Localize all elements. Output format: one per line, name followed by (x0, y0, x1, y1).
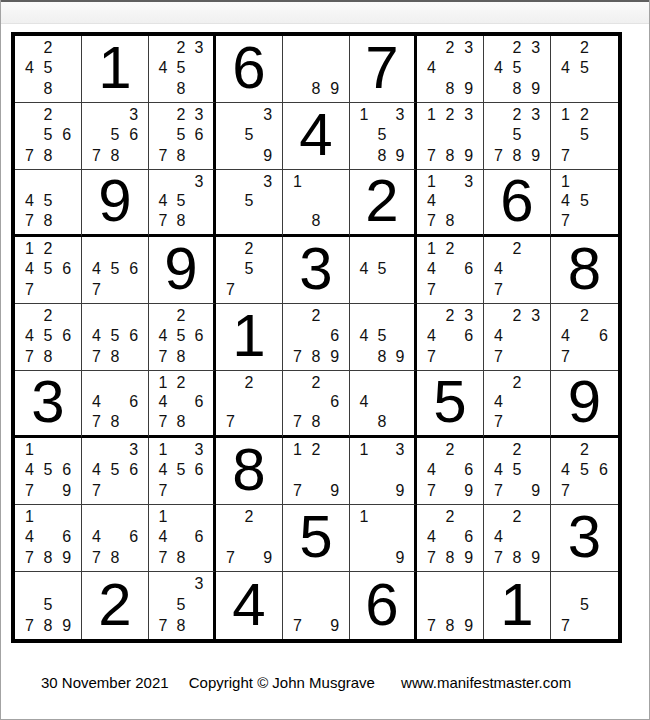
cell-r8c3[interactable]: 14678 (149, 505, 216, 572)
pencil-mark-5 (441, 460, 460, 480)
pencil-mark-4: 4 (20, 192, 39, 212)
pencil-mark-5 (39, 527, 58, 547)
pencil-marks: 235789 (484, 103, 550, 169)
cell-r6c2[interactable]: 4678 (82, 371, 149, 438)
pencil-mark-4 (221, 125, 240, 145)
pencil-mark-3 (124, 373, 143, 393)
cell-r2c2[interactable]: 35678 (82, 103, 149, 170)
pencil-mark-1 (422, 306, 441, 326)
pencil-mark-9 (124, 548, 143, 568)
pencil-mark-7: 7 (288, 481, 307, 501)
cell-r9c9[interactable]: 57 (551, 572, 618, 639)
pencil-mark-7 (20, 79, 39, 99)
pencil-mark-6 (459, 58, 478, 78)
cell-r7c7[interactable]: 24679 (417, 438, 484, 505)
cell-r5c3[interactable]: 245678 (149, 304, 216, 371)
pencil-marks: 24789 (484, 505, 550, 571)
pencil-mark-8 (575, 79, 594, 99)
pencil-mark-7 (355, 347, 373, 367)
pencil-mark-4: 4 (355, 259, 373, 279)
pencil-mark-2: 2 (441, 239, 460, 259)
pencil-mark-7: 7 (556, 146, 575, 166)
cell-r4c3[interactable]: 9 (149, 237, 216, 304)
pencil-mark-7 (489, 79, 508, 99)
pencil-mark-6 (57, 192, 76, 212)
pencil-mark-1 (556, 38, 575, 58)
pencil-mark-9: 9 (526, 481, 545, 501)
pencil-mark-4 (221, 527, 240, 547)
cell-r5c8[interactable]: 2347 (484, 304, 551, 371)
pencil-mark-5: 5 (240, 192, 259, 212)
cell-r5c2[interactable]: 45678 (82, 304, 149, 371)
window-top-bar (1, 0, 649, 24)
pencil-mark-6 (391, 125, 409, 145)
cell-r3c8[interactable]: 6 (484, 170, 551, 237)
pencil-mark-2: 2 (240, 239, 259, 259)
cell-r7c8[interactable]: 24579 (484, 438, 551, 505)
pencil-mark-8: 8 (307, 347, 326, 367)
pencil-mark-1 (221, 105, 240, 125)
cell-r9c5[interactable]: 79 (283, 572, 350, 639)
pencil-mark-7: 7 (154, 211, 172, 231)
pencil-mark-8: 8 (508, 146, 527, 166)
pencil-mark-7 (355, 481, 373, 501)
pencil-mark-4: 4 (154, 460, 172, 480)
pencil-mark-5 (441, 125, 460, 145)
pencil-mark-6: 6 (124, 326, 143, 346)
pencil-mark-4: 4 (422, 259, 441, 279)
pencil-mark-6 (594, 125, 613, 145)
pencil-mark-9: 9 (459, 146, 478, 166)
cell-r9c6[interactable]: 6 (350, 572, 417, 639)
pencil-mark-8: 8 (441, 548, 460, 568)
pencil-mark-8 (508, 280, 527, 300)
pencil-mark-9 (124, 347, 143, 367)
pencil-mark-8: 8 (508, 548, 527, 568)
cell-r5c7[interactable]: 23467 (417, 304, 484, 371)
pencil-mark-2: 2 (575, 306, 594, 326)
cell-r9c4[interactable]: 4 (216, 572, 283, 639)
pencil-mark-3 (459, 440, 478, 460)
pencil-mark-5: 5 (172, 326, 190, 346)
big-digit: 1 (98, 38, 131, 98)
pencil-mark-4: 4 (556, 326, 575, 346)
cell-r7c5[interactable]: 1279 (283, 438, 350, 505)
pencil-marks: 23467 (417, 304, 483, 370)
pencil-marks: 48 (350, 371, 414, 435)
pencil-mark-7: 7 (556, 211, 575, 231)
pencil-mark-1 (355, 373, 373, 393)
pencil-mark-7 (288, 211, 307, 231)
pencil-mark-2: 2 (441, 105, 460, 125)
pencil-mark-4 (288, 460, 307, 480)
cell-r1c8[interactable]: 234589 (484, 36, 551, 103)
pencil-mark-7: 7 (422, 280, 441, 300)
cell-r8c5[interactable]: 5 (283, 505, 350, 572)
pencil-mark-6: 6 (57, 527, 76, 547)
pencil-mark-5: 5 (575, 595, 594, 616)
pencil-mark-6 (459, 192, 478, 212)
pencil-mark-2: 2 (307, 440, 326, 460)
pencil-mark-3 (459, 239, 478, 259)
pencil-marks: 5789 (15, 572, 81, 639)
pencil-mark-6: 6 (459, 460, 478, 480)
pencil-mark-5 (441, 326, 460, 346)
pencil-mark-1 (20, 172, 39, 192)
pencil-mark-2: 2 (240, 373, 259, 393)
pencil-mark-5 (441, 527, 460, 547)
pencil-mark-8: 8 (172, 615, 190, 636)
pencil-mark-7: 7 (20, 548, 39, 568)
pencil-mark-1: 1 (288, 440, 307, 460)
pencil-mark-4: 4 (556, 58, 575, 78)
cell-r5c4[interactable]: 1 (216, 304, 283, 371)
pencil-mark-8 (240, 211, 259, 231)
cell-r3c2[interactable]: 9 (82, 170, 149, 237)
pencil-mark-3: 3 (459, 105, 478, 125)
pencil-mark-6: 6 (325, 393, 344, 413)
cell-r8c1[interactable]: 146789 (15, 505, 82, 572)
cell-r7c3[interactable]: 134567 (149, 438, 216, 505)
cell-r2c4[interactable]: 359 (216, 103, 283, 170)
cell-r7c6[interactable]: 139 (350, 438, 417, 505)
pencil-mark-9 (124, 146, 143, 166)
cell-r1c7[interactable]: 23489 (417, 36, 484, 103)
pencil-mark-7: 7 (87, 481, 106, 501)
pencil-mark-9 (57, 280, 76, 300)
pencil-mark-7 (422, 79, 441, 99)
cell-r6c3[interactable]: 124678 (149, 371, 216, 438)
pencil-marks: 359 (216, 103, 282, 169)
pencil-mark-2 (441, 172, 460, 192)
pencil-mark-5 (373, 393, 391, 413)
cell-r3c1[interactable]: 4578 (15, 170, 82, 237)
pencil-mark-9 (594, 347, 613, 367)
pencil-mark-9 (459, 347, 478, 367)
pencil-mark-3 (391, 373, 409, 393)
pencil-mark-2: 2 (441, 38, 460, 58)
cell-r2c9[interactable]: 1257 (551, 103, 618, 170)
pencil-mark-4: 4 (87, 393, 106, 413)
pencil-mark-4: 4 (422, 527, 441, 547)
pencil-mark-3 (459, 507, 478, 527)
pencil-mark-4 (288, 58, 307, 78)
pencil-mark-3 (258, 507, 277, 527)
pencil-mark-7: 7 (154, 615, 172, 636)
pencil-mark-6: 6 (190, 527, 208, 547)
pencil-mark-9 (124, 412, 143, 432)
pencil-mark-7: 7 (489, 548, 508, 568)
cell-r2c8[interactable]: 235789 (484, 103, 551, 170)
cell-r1c5[interactable]: 89 (283, 36, 350, 103)
cell-r3c4[interactable]: 35 (216, 170, 283, 237)
pencil-mark-7 (355, 146, 373, 166)
pencil-mark-9 (325, 412, 344, 432)
pencil-marks: 26789 (283, 304, 349, 370)
cell-r4c7[interactable]: 12467 (417, 237, 484, 304)
pencil-mark-9 (57, 79, 76, 99)
pencil-mark-8 (575, 146, 594, 166)
pencil-mark-3 (57, 440, 76, 460)
pencil-mark-7 (355, 412, 373, 432)
cell-r4c9[interactable]: 8 (551, 237, 618, 304)
cell-r7c1[interactable]: 145679 (15, 438, 82, 505)
pencil-marks: 247 (484, 371, 550, 435)
pencil-mark-7: 7 (422, 548, 441, 568)
cell-r3c5[interactable]: 18 (283, 170, 350, 237)
cell-r3c7[interactable]: 13478 (417, 170, 484, 237)
pencil-mark-7: 7 (288, 347, 307, 367)
pencil-mark-2 (172, 574, 190, 595)
cell-r1c3[interactable]: 23458 (149, 36, 216, 103)
pencil-mark-9 (594, 211, 613, 231)
pencil-mark-5 (373, 527, 391, 547)
pencil-mark-1 (87, 105, 106, 125)
sudoku-board: 2458123458689723489234589245256783567823… (11, 32, 622, 643)
pencil-mark-1 (288, 574, 307, 595)
pencil-mark-7: 7 (20, 615, 39, 636)
pencil-mark-7: 7 (87, 280, 106, 300)
pencil-mark-5 (508, 259, 527, 279)
cell-r5c1[interactable]: 245678 (15, 304, 82, 371)
pencil-mark-8 (373, 481, 391, 501)
pencil-mark-3 (325, 440, 344, 460)
cell-r4c1[interactable]: 124567 (15, 237, 82, 304)
cell-r2c1[interactable]: 25678 (15, 103, 82, 170)
cell-r6c5[interactable]: 2678 (283, 371, 350, 438)
pencil-mark-1 (489, 440, 508, 460)
cell-r9c8[interactable]: 1 (484, 572, 551, 639)
cell-r6c4[interactable]: 27 (216, 371, 283, 438)
pencil-mark-6 (526, 527, 545, 547)
pencil-mark-9: 9 (459, 548, 478, 568)
pencil-mark-3 (325, 373, 344, 393)
pencil-mark-3 (391, 507, 409, 527)
footer-website: www.manifestmaster.com (401, 674, 571, 691)
pencil-mark-1 (422, 507, 441, 527)
pencil-mark-1: 1 (422, 239, 441, 259)
cell-r6c7[interactable]: 5 (417, 371, 484, 438)
pencil-mark-4: 4 (154, 326, 172, 346)
pencil-mark-5 (441, 259, 460, 279)
cell-r6c8[interactable]: 247 (484, 371, 551, 438)
cell-r7c9[interactable]: 24567 (551, 438, 618, 505)
pencil-mark-3: 3 (190, 440, 208, 460)
pencil-mark-4 (556, 125, 575, 145)
pencil-mark-3: 3 (391, 105, 409, 125)
pencil-mark-4: 4 (489, 393, 508, 413)
pencil-mark-1: 1 (556, 172, 575, 192)
pencil-mark-9 (594, 79, 613, 99)
pencil-mark-5: 5 (172, 58, 190, 78)
pencil-mark-1: 1 (355, 440, 373, 460)
pencil-mark-3 (57, 172, 76, 192)
pencil-mark-8 (508, 347, 527, 367)
cell-r8c7[interactable]: 246789 (417, 505, 484, 572)
pencil-mark-7: 7 (154, 548, 172, 568)
pencil-mark-6: 6 (57, 125, 76, 145)
pencil-mark-6: 6 (124, 527, 143, 547)
footer-copyright: Copyright © John Musgrave (189, 674, 375, 691)
pencil-mark-7 (355, 548, 373, 568)
cell-r1c4[interactable]: 6 (216, 36, 283, 103)
pencil-mark-1 (154, 574, 172, 595)
cell-r4c8[interactable]: 247 (484, 237, 551, 304)
cell-r4c2[interactable]: 4567 (82, 237, 149, 304)
pencil-mark-8: 8 (508, 79, 527, 99)
cell-r1c9[interactable]: 245 (551, 36, 618, 103)
pencil-mark-4: 4 (87, 460, 106, 480)
pencil-mark-1 (20, 306, 39, 326)
cell-r7c4[interactable]: 8 (216, 438, 283, 505)
big-digit: 1 (500, 575, 533, 635)
cell-r3c9[interactable]: 1457 (551, 170, 618, 237)
pencil-mark-5 (441, 58, 460, 78)
pencil-mark-8: 8 (373, 412, 391, 432)
pencil-mark-8 (575, 615, 594, 636)
pencil-mark-4 (288, 595, 307, 616)
cell-r4c4[interactable]: 257 (216, 237, 283, 304)
pencil-mark-3 (325, 172, 344, 192)
cell-r3c6[interactable]: 2 (350, 170, 417, 237)
cell-r5c6[interactable]: 4589 (350, 304, 417, 371)
cell-r8c4[interactable]: 279 (216, 505, 283, 572)
pencil-mark-6 (526, 326, 545, 346)
pencil-mark-1: 1 (20, 239, 39, 259)
pencil-mark-1 (288, 373, 307, 393)
pencil-mark-4: 4 (422, 192, 441, 212)
pencil-mark-2 (575, 172, 594, 192)
pencil-mark-8 (240, 280, 259, 300)
pencil-mark-4: 4 (20, 460, 39, 480)
pencil-mark-4: 4 (87, 527, 106, 547)
pencil-marks: 4578 (15, 170, 81, 234)
cell-r9c7[interactable]: 789 (417, 572, 484, 639)
pencil-mark-5: 5 (172, 125, 190, 145)
pencil-mark-9 (325, 211, 344, 231)
pencil-mark-8 (575, 481, 594, 501)
pencil-mark-1 (489, 507, 508, 527)
cell-r2c7[interactable]: 123789 (417, 103, 484, 170)
pencil-mark-4 (221, 393, 240, 413)
pencil-mark-9: 9 (459, 79, 478, 99)
pencil-mark-8 (39, 481, 58, 501)
pencil-mark-1 (556, 574, 575, 595)
pencil-mark-9 (57, 211, 76, 231)
cell-r3c3[interactable]: 34578 (149, 170, 216, 237)
cell-r8c6[interactable]: 19 (350, 505, 417, 572)
pencil-mark-3 (124, 306, 143, 326)
pencil-mark-9: 9 (57, 481, 76, 501)
pencil-mark-6 (391, 527, 409, 547)
pencil-mark-7 (221, 211, 240, 231)
cell-r6c9[interactable]: 9 (551, 371, 618, 438)
pencil-mark-1 (221, 239, 240, 259)
cell-r1c6[interactable]: 7 (350, 36, 417, 103)
pencil-mark-7 (556, 79, 575, 99)
cell-r2c5[interactable]: 4 (283, 103, 350, 170)
cell-r8c2[interactable]: 4678 (82, 505, 149, 572)
pencil-mark-6: 6 (594, 326, 613, 346)
pencil-mark-8: 8 (106, 412, 125, 432)
pencil-mark-4: 4 (422, 460, 441, 480)
pencil-mark-1 (221, 172, 240, 192)
pencil-mark-2: 2 (39, 38, 58, 58)
pencil-mark-8: 8 (39, 615, 58, 636)
cell-r1c1[interactable]: 2458 (15, 36, 82, 103)
cell-r5c5[interactable]: 26789 (283, 304, 350, 371)
big-digit: 8 (232, 440, 265, 500)
pencil-mark-2: 2 (441, 507, 460, 527)
pencil-mark-6: 6 (190, 460, 208, 480)
pencil-mark-1 (489, 38, 508, 58)
pencil-mark-2 (172, 507, 190, 527)
pencil-mark-1 (422, 38, 441, 58)
cell-r1c2[interactable]: 1 (82, 36, 149, 103)
pencil-mark-8: 8 (39, 146, 58, 166)
pencil-mark-3: 3 (124, 440, 143, 460)
pencil-marks: 24679 (417, 438, 483, 504)
pencil-mark-9: 9 (459, 615, 478, 636)
pencil-mark-8: 8 (39, 347, 58, 367)
pencil-mark-6 (391, 393, 409, 413)
pencil-marks: 279 (216, 505, 282, 571)
pencil-mark-1: 1 (422, 105, 441, 125)
big-digit: 9 (568, 372, 601, 432)
pencil-mark-9: 9 (391, 481, 409, 501)
pencil-mark-9: 9 (391, 347, 409, 367)
pencil-mark-4 (20, 125, 39, 145)
big-digit: 3 (568, 507, 601, 567)
cell-r9c3[interactable]: 3578 (149, 572, 216, 639)
pencil-mark-5: 5 (39, 125, 58, 145)
pencil-marks: 3578 (149, 572, 213, 639)
pencil-mark-6: 6 (190, 125, 208, 145)
pencil-mark-3 (57, 306, 76, 326)
pencil-mark-1 (221, 507, 240, 527)
cell-r9c2[interactable]: 2 (82, 572, 149, 639)
cell-r2c6[interactable]: 13589 (350, 103, 417, 170)
cell-r2c3[interactable]: 235678 (149, 103, 216, 170)
cell-r8c9[interactable]: 3 (551, 505, 618, 572)
pencil-mark-1: 1 (355, 105, 373, 125)
pencil-mark-6 (258, 527, 277, 547)
pencil-mark-1 (154, 105, 172, 125)
pencil-mark-2 (240, 172, 259, 192)
pencil-mark-8: 8 (39, 79, 58, 99)
cell-r5c9[interactable]: 2467 (551, 304, 618, 371)
big-digit: 4 (299, 105, 332, 165)
pencil-mark-1: 1 (20, 507, 39, 527)
cell-r8c8[interactable]: 24789 (484, 505, 551, 572)
pencil-mark-5: 5 (508, 58, 527, 78)
cell-r4c6[interactable]: 45 (350, 237, 417, 304)
pencil-mark-4: 4 (355, 393, 373, 413)
pencil-mark-3 (325, 38, 344, 58)
cell-r9c1[interactable]: 5789 (15, 572, 82, 639)
pencil-marks: 235678 (149, 103, 213, 169)
cell-r6c6[interactable]: 48 (350, 371, 417, 438)
cell-r4c5[interactable]: 3 (283, 237, 350, 304)
pencil-mark-7: 7 (87, 146, 106, 166)
pencil-mark-7: 7 (221, 548, 240, 568)
pencil-mark-5 (172, 527, 190, 547)
cell-r7c2[interactable]: 34567 (82, 438, 149, 505)
pencil-mark-4: 4 (154, 393, 172, 413)
pencil-mark-7: 7 (221, 412, 240, 432)
cell-r6c1[interactable]: 3 (15, 371, 82, 438)
big-digit: 9 (98, 171, 131, 231)
